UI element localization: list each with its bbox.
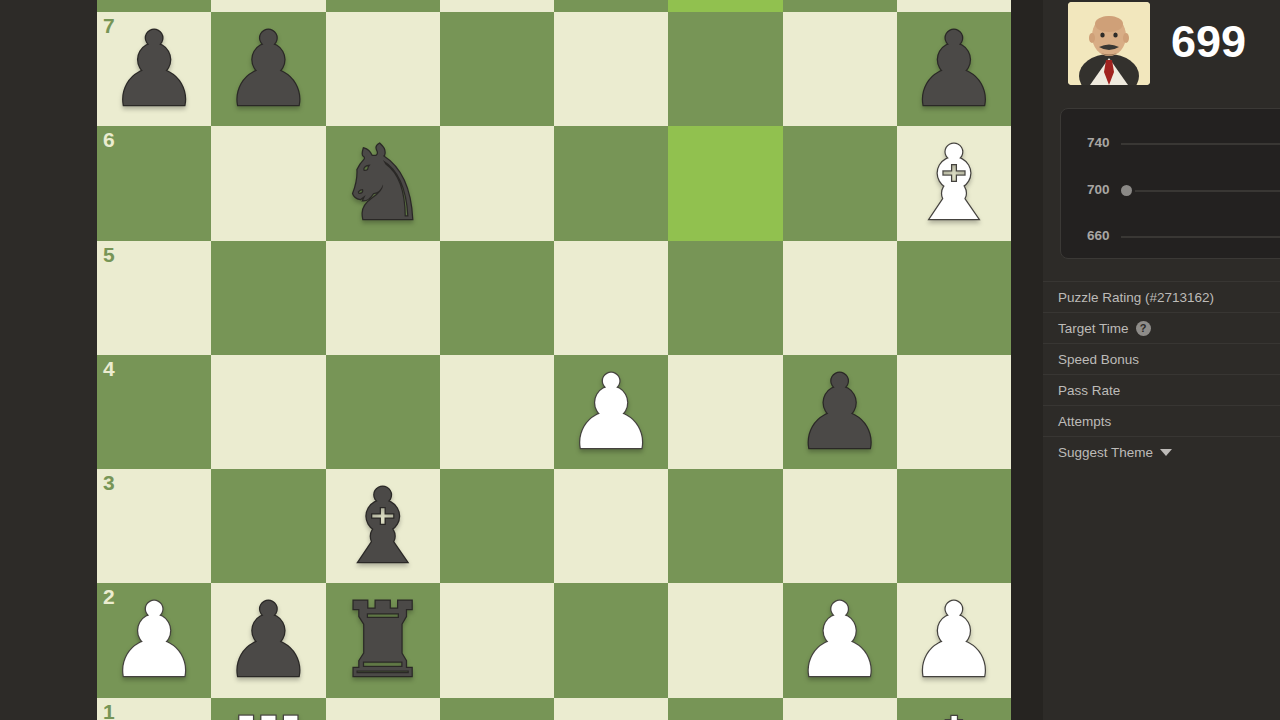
piece-bb-c3[interactable]: ♝ [326,469,440,583]
square-d4[interactable] [440,355,554,469]
menu-item-pass-rate[interactable]: Pass Rate [1043,375,1280,406]
square-e7[interactable] [554,12,668,126]
player-avatar[interactable] [1068,2,1150,85]
square-d5[interactable] [440,241,554,355]
square-c5[interactable] [326,241,440,355]
chart-gridline-740: 740 [1061,143,1280,144]
square-c1[interactable] [326,698,440,720]
square-e5[interactable] [554,241,668,355]
square-f7[interactable] [668,12,782,126]
menu-item-label: Suggest Theme [1058,445,1153,460]
menu-item-label: Attempts [1058,414,1111,429]
rank-label-3: 3 [103,472,115,493]
chart-ytick: 660 [1087,228,1117,244]
square-g8[interactable]: ♚ [783,0,897,12]
square-h7[interactable]: ♟ [897,12,1011,126]
square-g3[interactable] [783,469,897,583]
square-e6[interactable] [554,126,668,240]
square-h4[interactable] [897,355,1011,469]
rating-data-point [1121,185,1132,196]
square-h3[interactable] [897,469,1011,583]
menu-item-speed-bonus[interactable]: Speed Bonus [1043,344,1280,375]
square-g1[interactable] [783,698,897,720]
square-d1[interactable] [440,698,554,720]
piece-bp-g4[interactable]: ♟ [783,355,897,469]
menu-item-label: Pass Rate [1058,383,1120,398]
square-a6[interactable]: 6 [97,126,211,240]
puzzle-sidebar: 699 740700660 Puzzle Rating (#2713162)Ta… [1043,0,1280,720]
square-b6[interactable] [211,126,325,240]
rank-label-4: 4 [103,358,115,379]
square-b4[interactable] [211,355,325,469]
piece-bp-b2[interactable]: ♟ [211,583,325,697]
chart-line [1135,190,1280,192]
square-a1[interactable]: 1 [97,698,211,720]
square-f5[interactable] [668,241,782,355]
square-a2[interactable]: 2♟ [97,583,211,697]
square-d8[interactable] [440,0,554,12]
square-h1[interactable]: ♚ [897,698,1011,720]
square-b3[interactable] [211,469,325,583]
chevron-down-icon[interactable] [1160,449,1172,456]
square-b5[interactable] [211,241,325,355]
chart-ytick: 700 [1087,182,1117,198]
square-d3[interactable] [440,469,554,583]
piece-wp-e4[interactable]: ♟ [554,355,668,469]
square-a3[interactable]: 3 [97,469,211,583]
square-a4[interactable]: 4 [97,355,211,469]
chart-gridline-700: 700 [1061,190,1280,191]
player-rating: 699 [1171,16,1280,68]
rank-label-6: 6 [103,129,115,150]
square-d7[interactable] [440,12,554,126]
square-f6[interactable] [668,126,782,240]
chart-ytick: 740 [1087,135,1117,151]
piece-wr-b1[interactable]: ♜ [211,698,325,720]
square-b2[interactable]: ♟ [211,583,325,697]
piece-wp-a2[interactable]: ♟ [97,583,211,697]
chart-gridline-660: 660 [1061,236,1280,237]
piece-wb-h6[interactable]: ♝ [897,126,1011,240]
square-c6[interactable]: ♞ [326,126,440,240]
board-sidebar-gap [1011,0,1043,720]
rank-label-1: 1 [103,701,115,720]
chess-board[interactable]: 8♜♝♛♚7♟♟♟6♞♝54♟♟3♝2♟♟♜♟♟1♜♚ [97,0,1011,720]
square-d2[interactable] [440,583,554,697]
piece-bb-c8[interactable]: ♝ [326,0,440,12]
square-h6[interactable]: ♝ [897,126,1011,240]
chart-line [1121,143,1280,145]
square-c8[interactable]: ♝ [326,0,440,12]
square-a5[interactable]: 5 [97,241,211,355]
piece-bp-a7[interactable]: ♟ [97,12,211,126]
square-f1[interactable] [668,698,782,720]
square-g4[interactable]: ♟ [783,355,897,469]
menu-item-attempts[interactable]: Attempts [1043,406,1280,437]
menu-item-puzzle-rating[interactable]: Puzzle Rating (#2713162) [1043,282,1280,313]
rating-chart: 740700660 [1060,108,1280,259]
piece-wp-g2[interactable]: ♟ [783,583,897,697]
square-h2[interactable]: ♟ [897,583,1011,697]
square-c2[interactable]: ♜ [326,583,440,697]
square-b1[interactable]: ♜ [211,698,325,720]
puzzle-info-menu: Puzzle Rating (#2713162)Target Time?Spee… [1043,281,1280,468]
menu-item-label: Target Time [1058,321,1129,336]
square-h5[interactable] [897,241,1011,355]
piece-bp-h7[interactable]: ♟ [897,12,1011,126]
square-g5[interactable] [783,241,897,355]
rank-label-5: 5 [103,244,115,265]
chart-line [1121,236,1280,238]
menu-item-suggest-theme[interactable]: Suggest Theme [1043,437,1280,468]
square-f8[interactable]: ♛ [668,0,782,12]
square-a7[interactable]: 7♟ [97,12,211,126]
square-e8[interactable] [554,0,668,12]
menu-item-label: Speed Bonus [1058,352,1139,367]
square-d6[interactable] [440,126,554,240]
piece-bk-g8[interactable]: ♚ [783,0,897,12]
square-e1[interactable] [554,698,668,720]
piece-wp-h2[interactable]: ♟ [897,583,1011,697]
piece-bn-c6[interactable]: ♞ [326,126,440,240]
piece-br-c2[interactable]: ♜ [326,583,440,697]
menu-item-target-time[interactable]: Target Time? [1043,313,1280,344]
menu-item-label: Puzzle Rating (#2713162) [1058,290,1214,305]
help-icon[interactable]: ? [1136,321,1151,336]
square-f2[interactable] [668,583,782,697]
square-e3[interactable] [554,469,668,583]
square-g6[interactable] [783,126,897,240]
square-g7[interactable] [783,12,897,126]
piece-bp-b7[interactable]: ♟ [211,12,325,126]
piece-wk-h1[interactable]: ♚ [897,698,1011,720]
square-f3[interactable] [668,469,782,583]
piece-wq-f8[interactable]: ♛ [668,0,782,12]
square-c7[interactable] [326,12,440,126]
square-c4[interactable] [326,355,440,469]
square-g2[interactable]: ♟ [783,583,897,697]
square-c3[interactable]: ♝ [326,469,440,583]
square-e4[interactable]: ♟ [554,355,668,469]
square-e2[interactable] [554,583,668,697]
avatar-image [1068,2,1150,85]
square-b7[interactable]: ♟ [211,12,325,126]
square-f4[interactable] [668,355,782,469]
